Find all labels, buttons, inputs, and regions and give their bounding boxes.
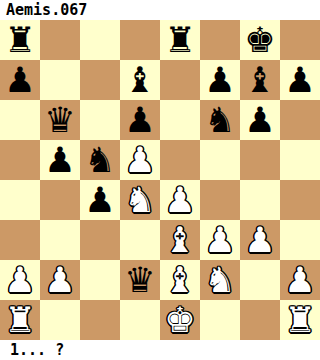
black-pawn: ♟ [80, 180, 120, 220]
square-h4[interactable] [280, 180, 320, 220]
white-pawn: ♟ [200, 220, 240, 260]
square-c1[interactable] [80, 300, 120, 340]
black-bishop: ♝ [120, 60, 160, 100]
square-d8[interactable] [120, 20, 160, 60]
white-pawn: ♟ [240, 220, 280, 260]
white-rook: ♜ [280, 300, 320, 340]
square-a3[interactable] [0, 220, 40, 260]
square-b8[interactable] [40, 20, 80, 60]
square-b5[interactable]: ♟ [40, 140, 80, 180]
chess-puzzle-window: Aemis.067 ♜♜♚♟♝♟♝♟♛♟♞♟♟♞♟♟♞♟♝♟♟♟♟♛♝♞♟♜♚♜… [0, 0, 320, 360]
puzzle-title: Aemis.067 [0, 0, 320, 20]
square-e5[interactable] [160, 140, 200, 180]
square-g3[interactable]: ♟ [240, 220, 280, 260]
square-e4[interactable]: ♟ [160, 180, 200, 220]
square-g4[interactable] [240, 180, 280, 220]
square-b2[interactable]: ♟ [40, 260, 80, 300]
square-a7[interactable]: ♟ [0, 60, 40, 100]
square-e6[interactable] [160, 100, 200, 140]
square-e3[interactable]: ♝ [160, 220, 200, 260]
square-d7[interactable]: ♝ [120, 60, 160, 100]
black-pawn: ♟ [280, 60, 320, 100]
black-knight: ♞ [200, 100, 240, 140]
black-pawn: ♟ [0, 60, 40, 100]
square-f3[interactable]: ♟ [200, 220, 240, 260]
black-queen: ♛ [40, 100, 80, 140]
square-c8[interactable] [80, 20, 120, 60]
square-a4[interactable] [0, 180, 40, 220]
square-d2[interactable]: ♛ [120, 260, 160, 300]
square-d1[interactable] [120, 300, 160, 340]
move-prompt: 1... ? [0, 340, 320, 360]
square-e8[interactable]: ♜ [160, 20, 200, 60]
square-b1[interactable] [40, 300, 80, 340]
square-h2[interactable]: ♟ [280, 260, 320, 300]
white-king: ♚ [160, 300, 200, 340]
white-knight: ♞ [200, 260, 240, 300]
black-pawn: ♟ [240, 100, 280, 140]
square-c3[interactable] [80, 220, 120, 260]
white-pawn: ♟ [280, 260, 320, 300]
square-g8[interactable]: ♚ [240, 20, 280, 60]
chess-board: ♜♜♚♟♝♟♝♟♛♟♞♟♟♞♟♟♞♟♝♟♟♟♟♛♝♞♟♜♚♜ [0, 20, 320, 340]
square-b7[interactable] [40, 60, 80, 100]
black-queen: ♛ [120, 260, 160, 300]
black-knight: ♞ [80, 140, 120, 180]
square-e7[interactable] [160, 60, 200, 100]
square-a5[interactable] [0, 140, 40, 180]
white-pawn: ♟ [120, 140, 160, 180]
square-g7[interactable]: ♝ [240, 60, 280, 100]
square-c2[interactable] [80, 260, 120, 300]
square-a6[interactable] [0, 100, 40, 140]
square-g5[interactable] [240, 140, 280, 180]
square-f5[interactable] [200, 140, 240, 180]
black-pawn: ♟ [200, 60, 240, 100]
square-f6[interactable]: ♞ [200, 100, 240, 140]
black-pawn: ♟ [40, 140, 80, 180]
white-pawn: ♟ [0, 260, 40, 300]
square-b4[interactable] [40, 180, 80, 220]
black-pawn: ♟ [120, 100, 160, 140]
square-h5[interactable] [280, 140, 320, 180]
square-f7[interactable]: ♟ [200, 60, 240, 100]
square-e1[interactable]: ♚ [160, 300, 200, 340]
square-f8[interactable] [200, 20, 240, 60]
square-d6[interactable]: ♟ [120, 100, 160, 140]
black-rook: ♜ [160, 20, 200, 60]
black-king: ♚ [240, 20, 280, 60]
white-rook: ♜ [0, 300, 40, 340]
white-bishop: ♝ [160, 260, 200, 300]
square-f2[interactable]: ♞ [200, 260, 240, 300]
square-h8[interactable] [280, 20, 320, 60]
square-d4[interactable]: ♞ [120, 180, 160, 220]
square-a1[interactable]: ♜ [0, 300, 40, 340]
square-b6[interactable]: ♛ [40, 100, 80, 140]
white-pawn: ♟ [40, 260, 80, 300]
square-f4[interactable] [200, 180, 240, 220]
square-g6[interactable]: ♟ [240, 100, 280, 140]
square-c4[interactable]: ♟ [80, 180, 120, 220]
square-h6[interactable] [280, 100, 320, 140]
square-c6[interactable] [80, 100, 120, 140]
square-f1[interactable] [200, 300, 240, 340]
square-h1[interactable]: ♜ [280, 300, 320, 340]
square-a8[interactable]: ♜ [0, 20, 40, 60]
white-bishop: ♝ [160, 220, 200, 260]
square-b3[interactable] [40, 220, 80, 260]
square-g2[interactable] [240, 260, 280, 300]
square-g1[interactable] [240, 300, 280, 340]
square-c5[interactable]: ♞ [80, 140, 120, 180]
square-h3[interactable] [280, 220, 320, 260]
white-knight: ♞ [120, 180, 160, 220]
square-d5[interactable]: ♟ [120, 140, 160, 180]
square-a2[interactable]: ♟ [0, 260, 40, 300]
square-h7[interactable]: ♟ [280, 60, 320, 100]
square-e2[interactable]: ♝ [160, 260, 200, 300]
black-bishop: ♝ [240, 60, 280, 100]
white-pawn: ♟ [160, 180, 200, 220]
black-rook: ♜ [0, 20, 40, 60]
square-d3[interactable] [120, 220, 160, 260]
square-c7[interactable] [80, 60, 120, 100]
